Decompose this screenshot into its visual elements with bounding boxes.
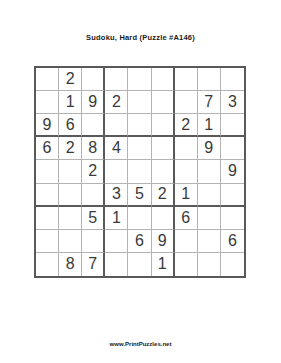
cell-r9c1 <box>36 253 59 276</box>
printable-puzzle-page: Sudoku, Hard (Puzzle #A146) 219273962162… <box>0 0 281 363</box>
cell-r5c1 <box>36 160 59 183</box>
cell-r1c9 <box>221 68 244 91</box>
cell-r4c7 <box>175 137 198 160</box>
cell-r3c3 <box>82 114 105 137</box>
cell-r2c9: 3 <box>221 91 244 114</box>
cell-r8c3 <box>82 230 105 253</box>
cell-r7c2 <box>59 207 82 230</box>
cell-r8c1 <box>36 230 59 253</box>
cell-r4c6 <box>152 137 175 160</box>
footer-url: www.PrintPuzzles.net <box>0 341 281 347</box>
cell-r2c1 <box>36 91 59 114</box>
cell-r3c4 <box>105 114 128 137</box>
cell-r9c3: 7 <box>82 253 105 276</box>
cell-r8c9: 6 <box>221 230 244 253</box>
cell-r9c2: 8 <box>59 253 82 276</box>
cell-r5c9: 9 <box>221 160 244 183</box>
cell-r3c6 <box>152 114 175 137</box>
cell-r7c6 <box>152 207 175 230</box>
cell-r6c3 <box>82 184 105 207</box>
cell-r9c7 <box>175 253 198 276</box>
cell-r1c3 <box>82 68 105 91</box>
cell-r6c5: 5 <box>128 184 151 207</box>
cell-r9c9 <box>221 253 244 276</box>
cell-r8c5: 6 <box>128 230 151 253</box>
cell-r6c2 <box>59 184 82 207</box>
cell-r1c2: 2 <box>59 68 82 91</box>
cell-r6c8 <box>198 184 221 207</box>
cell-r7c1 <box>36 207 59 230</box>
cell-r3c7: 2 <box>175 114 198 137</box>
cell-r4c8: 9 <box>198 137 221 160</box>
cell-r5c4 <box>105 160 128 183</box>
cell-r4c1: 6 <box>36 137 59 160</box>
cell-r1c6 <box>152 68 175 91</box>
cell-r7c9 <box>221 207 244 230</box>
cell-r6c4: 3 <box>105 184 128 207</box>
cell-r5c6 <box>152 160 175 183</box>
cell-r2c5 <box>128 91 151 114</box>
cell-r6c1 <box>36 184 59 207</box>
cell-r5c8 <box>198 160 221 183</box>
cell-r1c5 <box>128 68 151 91</box>
cell-r3c9 <box>221 114 244 137</box>
cell-r5c2 <box>59 160 82 183</box>
cell-r1c8 <box>198 68 221 91</box>
cell-r6c6: 2 <box>152 184 175 207</box>
cell-r6c9 <box>221 184 244 207</box>
cell-r4c2: 2 <box>59 137 82 160</box>
cell-r5c3: 2 <box>82 160 105 183</box>
cell-r2c2: 1 <box>59 91 82 114</box>
cell-r9c8 <box>198 253 221 276</box>
cell-r8c8 <box>198 230 221 253</box>
cell-r9c4 <box>105 253 128 276</box>
cell-r3c1: 9 <box>36 114 59 137</box>
cell-r2c3: 9 <box>82 91 105 114</box>
cell-r9c6: 1 <box>152 253 175 276</box>
cell-r3c5 <box>128 114 151 137</box>
cell-r9c5 <box>128 253 151 276</box>
cell-r7c4: 1 <box>105 207 128 230</box>
cell-r8c4 <box>105 230 128 253</box>
cell-r7c5 <box>128 207 151 230</box>
cell-r3c8: 1 <box>198 114 221 137</box>
cell-r1c1 <box>36 68 59 91</box>
cell-r1c7 <box>175 68 198 91</box>
cell-r8c7 <box>175 230 198 253</box>
cell-r5c7 <box>175 160 198 183</box>
puzzle-title: Sudoku, Hard (Puzzle #A146) <box>0 33 281 42</box>
cell-r4c5 <box>128 137 151 160</box>
cell-r2c7 <box>175 91 198 114</box>
cell-r5c5 <box>128 160 151 183</box>
cell-r1c4 <box>105 68 128 91</box>
cell-r3c2: 6 <box>59 114 82 137</box>
cell-r4c3: 8 <box>82 137 105 160</box>
sudoku-board: 219273962162849293521516696871 <box>34 66 246 278</box>
cell-r7c7: 6 <box>175 207 198 230</box>
cell-r2c6 <box>152 91 175 114</box>
cell-r7c3: 5 <box>82 207 105 230</box>
cell-r7c8 <box>198 207 221 230</box>
cell-r6c7: 1 <box>175 184 198 207</box>
cell-r8c6: 9 <box>152 230 175 253</box>
cell-r8c2 <box>59 230 82 253</box>
cell-r4c9 <box>221 137 244 160</box>
cell-r2c8: 7 <box>198 91 221 114</box>
cell-r2c4: 2 <box>105 91 128 114</box>
cell-r4c4: 4 <box>105 137 128 160</box>
